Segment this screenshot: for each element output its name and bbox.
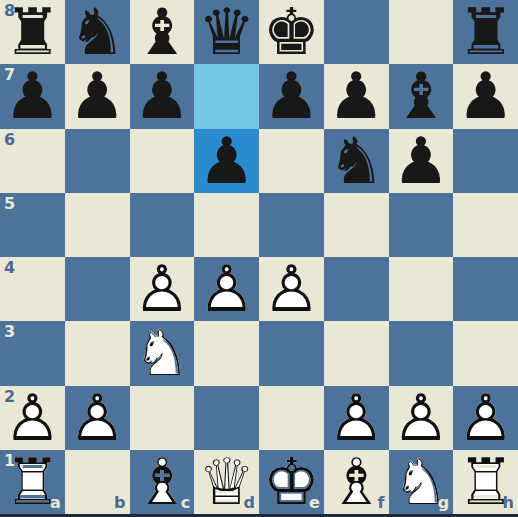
white-pawn-piece[interactable]: ♟♙ <box>324 386 389 450</box>
square-d5[interactable] <box>194 193 259 257</box>
square-h6[interactable] <box>453 129 518 193</box>
white-king-piece[interactable]: ♚♔ <box>259 450 324 514</box>
white-bishop-piece[interactable]: ♝♗ <box>324 450 389 514</box>
square-c6[interactable] <box>130 129 195 193</box>
square-d4[interactable]: ♟♙ <box>194 257 259 321</box>
square-b6[interactable] <box>65 129 130 193</box>
square-b3[interactable] <box>65 321 130 385</box>
square-c7[interactable]: ♟ <box>130 64 195 128</box>
black-queen-piece[interactable]: ♛ <box>194 0 259 64</box>
square-f3[interactable] <box>324 321 389 385</box>
square-c8[interactable]: ♝ <box>130 0 195 64</box>
white-pawn-piece[interactable]: ♟♙ <box>389 386 454 450</box>
black-pawn-piece[interactable]: ♟ <box>324 64 389 128</box>
white-rook-piece[interactable]: ♜♖ <box>0 450 65 514</box>
square-a6[interactable]: 6 <box>0 129 65 193</box>
square-h5[interactable] <box>453 193 518 257</box>
square-e7[interactable]: ♟ <box>259 64 324 128</box>
square-f7[interactable]: ♟ <box>324 64 389 128</box>
square-h4[interactable] <box>453 257 518 321</box>
square-c2[interactable] <box>130 386 195 450</box>
white-pawn-piece[interactable]: ♟♙ <box>259 257 324 321</box>
square-c1[interactable]: ♝♗c <box>130 450 195 514</box>
square-b1[interactable]: b <box>65 450 130 514</box>
black-bishop-piece[interactable]: ♝ <box>130 0 195 64</box>
square-d2[interactable] <box>194 386 259 450</box>
square-f8[interactable] <box>324 0 389 64</box>
square-f5[interactable] <box>324 193 389 257</box>
square-a8[interactable]: ♜8 <box>0 0 65 64</box>
square-h8[interactable]: ♜ <box>453 0 518 64</box>
black-pawn-piece[interactable]: ♟ <box>453 64 518 128</box>
square-f2[interactable]: ♟♙ <box>324 386 389 450</box>
white-pawn-piece[interactable]: ♟♙ <box>130 257 195 321</box>
square-g8[interactable] <box>389 0 454 64</box>
chess-board: ♜8♞♝♛♚♜♟7♟♟♟♟♝♟6♟♞♟54♟♙♟♙♟♙3♞♘♟♙2♟♙♟♙♟♙♟… <box>0 0 518 517</box>
white-queen-piece[interactable]: ♛♕ <box>194 450 259 514</box>
square-b2[interactable]: ♟♙ <box>65 386 130 450</box>
white-knight-piece[interactable]: ♞♘ <box>389 450 454 514</box>
file-label-b: b <box>114 495 125 511</box>
square-b7[interactable]: ♟ <box>65 64 130 128</box>
square-e1[interactable]: ♚♔e <box>259 450 324 514</box>
square-d1[interactable]: ♛♕d <box>194 450 259 514</box>
square-d6[interactable]: ♟ <box>194 129 259 193</box>
square-b8[interactable]: ♞ <box>65 0 130 64</box>
white-pawn-piece[interactable]: ♟♙ <box>65 386 130 450</box>
square-a5[interactable]: 5 <box>0 193 65 257</box>
square-g4[interactable] <box>389 257 454 321</box>
white-pawn-piece[interactable]: ♟♙ <box>453 386 518 450</box>
square-b5[interactable] <box>65 193 130 257</box>
square-g1[interactable]: ♞♘g <box>389 450 454 514</box>
square-a2[interactable]: ♟♙2 <box>0 386 65 450</box>
square-e5[interactable] <box>259 193 324 257</box>
square-d7[interactable] <box>194 64 259 128</box>
white-knight-piece[interactable]: ♞♘ <box>130 321 195 385</box>
white-bishop-piece[interactable]: ♝♗ <box>130 450 195 514</box>
square-g7[interactable]: ♝ <box>389 64 454 128</box>
square-a1[interactable]: ♜♖1a <box>0 450 65 514</box>
square-g2[interactable]: ♟♙ <box>389 386 454 450</box>
black-pawn-piece[interactable]: ♟ <box>259 64 324 128</box>
square-e8[interactable]: ♚ <box>259 0 324 64</box>
black-pawn-piece[interactable]: ♟ <box>389 129 454 193</box>
rank-label-6: 6 <box>4 132 15 148</box>
square-b4[interactable] <box>65 257 130 321</box>
square-c5[interactable] <box>130 193 195 257</box>
square-e4[interactable]: ♟♙ <box>259 257 324 321</box>
square-d3[interactable] <box>194 321 259 385</box>
square-a7[interactable]: ♟7 <box>0 64 65 128</box>
black-bishop-piece[interactable]: ♝ <box>389 64 454 128</box>
square-h2[interactable]: ♟♙ <box>453 386 518 450</box>
black-pawn-piece[interactable]: ♟ <box>194 129 259 193</box>
square-c3[interactable]: ♞♘ <box>130 321 195 385</box>
white-rook-piece[interactable]: ♜♖ <box>453 450 518 514</box>
square-f6[interactable]: ♞ <box>324 129 389 193</box>
square-e2[interactable] <box>259 386 324 450</box>
black-king-piece[interactable]: ♚ <box>259 0 324 64</box>
square-d8[interactable]: ♛ <box>194 0 259 64</box>
black-rook-piece[interactable]: ♜ <box>0 0 65 64</box>
square-f4[interactable] <box>324 257 389 321</box>
square-g6[interactable]: ♟ <box>389 129 454 193</box>
square-g5[interactable] <box>389 193 454 257</box>
black-pawn-piece[interactable]: ♟ <box>0 64 65 128</box>
square-e6[interactable] <box>259 129 324 193</box>
black-knight-piece[interactable]: ♞ <box>65 0 130 64</box>
square-a3[interactable]: 3 <box>0 321 65 385</box>
square-h1[interactable]: ♜♖h <box>453 450 518 514</box>
square-f1[interactable]: ♝♗f <box>324 450 389 514</box>
white-pawn-piece[interactable]: ♟♙ <box>0 386 65 450</box>
black-pawn-piece[interactable]: ♟ <box>130 64 195 128</box>
rank-label-5: 5 <box>4 196 15 212</box>
square-g3[interactable] <box>389 321 454 385</box>
black-rook-piece[interactable]: ♜ <box>453 0 518 64</box>
white-pawn-piece[interactable]: ♟♙ <box>194 257 259 321</box>
square-a4[interactable]: 4 <box>0 257 65 321</box>
square-c4[interactable]: ♟♙ <box>130 257 195 321</box>
square-h3[interactable] <box>453 321 518 385</box>
rank-label-4: 4 <box>4 260 15 276</box>
rank-label-3: 3 <box>4 324 15 340</box>
square-h7[interactable]: ♟ <box>453 64 518 128</box>
square-e3[interactable] <box>259 321 324 385</box>
black-knight-piece[interactable]: ♞ <box>324 129 389 193</box>
black-pawn-piece[interactable]: ♟ <box>65 64 130 128</box>
